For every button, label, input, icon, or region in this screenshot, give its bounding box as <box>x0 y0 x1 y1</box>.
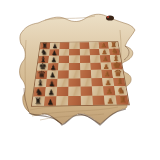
square-e7[interactable]: ♟ <box>48 63 59 71</box>
black-pawn[interactable]: ♟ <box>47 98 54 106</box>
white-pawn[interactable]: ♟ <box>103 56 109 62</box>
square-b6[interactable] <box>57 87 69 96</box>
square-d3[interactable] <box>90 70 101 78</box>
square-d4[interactable] <box>80 70 91 78</box>
square-e4[interactable] <box>80 62 91 70</box>
black-rook[interactable]: ♜ <box>34 97 42 106</box>
square-a1[interactable]: ♜ <box>115 95 128 105</box>
square-c3[interactable] <box>91 78 103 87</box>
square-b1[interactable]: ♞ <box>114 86 127 95</box>
square-c5[interactable] <box>69 78 80 87</box>
black-pawn[interactable]: ♟ <box>50 64 56 71</box>
white-rook[interactable]: ♜ <box>118 96 126 105</box>
square-a3[interactable] <box>92 95 105 105</box>
square-a6[interactable] <box>56 96 68 106</box>
square-e6[interactable] <box>58 63 69 71</box>
square-d7[interactable]: ♟ <box>47 70 59 78</box>
square-a4[interactable] <box>80 95 92 105</box>
square-c4[interactable] <box>80 78 92 87</box>
square-b7[interactable]: ♟ <box>45 87 57 96</box>
square-a7[interactable]: ♟ <box>44 96 57 106</box>
square-b4[interactable] <box>80 86 92 95</box>
white-pawn[interactable]: ♟ <box>107 97 114 105</box>
white-pawn[interactable]: ♟ <box>106 88 113 95</box>
square-b8[interactable]: ♞ <box>33 87 46 96</box>
square-b5[interactable] <box>69 87 81 96</box>
chessboard-photo: ♜♟♟♜♞♟♟♞♝♟♟♝♚♟♟♚♛♟♟♛♝♟♟♝♞♟♟♞♜♟♟♜ <box>0 0 160 160</box>
square-d6[interactable] <box>58 70 69 78</box>
square-c1[interactable]: ♝ <box>113 77 125 86</box>
square-a5[interactable] <box>68 96 80 106</box>
square-e3[interactable] <box>90 62 101 70</box>
black-pawn[interactable]: ♟ <box>51 57 57 63</box>
square-c8[interactable]: ♝ <box>35 79 47 88</box>
board-grid: ♜♟♟♜♞♟♟♞♝♟♟♝♚♟♟♚♛♟♟♛♝♟♟♝♞♟♟♞♜♟♟♜ <box>31 41 130 106</box>
square-d5[interactable] <box>69 70 80 78</box>
square-a8[interactable]: ♜ <box>32 96 45 106</box>
square-b3[interactable] <box>91 86 103 95</box>
black-pawn[interactable]: ♟ <box>49 72 55 79</box>
white-pawn[interactable]: ♟ <box>105 79 111 86</box>
white-pawn[interactable]: ♟ <box>104 71 110 78</box>
wood-knot <box>106 15 114 20</box>
square-c7[interactable]: ♟ <box>46 78 58 87</box>
square-c6[interactable] <box>57 78 69 87</box>
white-pawn[interactable]: ♟ <box>103 63 109 70</box>
black-pawn[interactable]: ♟ <box>48 89 55 96</box>
square-e5[interactable] <box>69 63 80 71</box>
knot-red-dot <box>107 16 109 18</box>
black-pawn[interactable]: ♟ <box>49 80 55 87</box>
